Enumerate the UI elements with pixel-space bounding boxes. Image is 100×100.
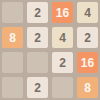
tile-4-r1c4: 4 — [77, 2, 98, 23]
tile-8-r2c1: 8 — [2, 27, 23, 48]
tile-2-r2c4: 2 — [77, 27, 98, 48]
tile-8-r4c4: 8 — [77, 77, 98, 98]
tile-2-r1c2: 2 — [27, 2, 48, 23]
tile-16-r1c3: 16 — [52, 2, 73, 23]
tile-2-r4c2: 2 — [27, 77, 48, 98]
tile-4-r2c3: 4 — [52, 27, 73, 48]
empty-cell-r4c1 — [2, 77, 23, 98]
empty-cell-r1c1 — [2, 2, 23, 23]
empty-cell-r3c1 — [2, 52, 23, 73]
tile-2-r3c3: 2 — [52, 52, 73, 73]
tile-2-r2c2: 2 — [27, 27, 48, 48]
tile-16-r3c4: 16 — [77, 52, 98, 73]
game-board-2048[interactable]: 2164824221628 — [0, 0, 100, 100]
empty-cell-r4c3 — [52, 77, 73, 98]
empty-cell-r3c2 — [27, 52, 48, 73]
